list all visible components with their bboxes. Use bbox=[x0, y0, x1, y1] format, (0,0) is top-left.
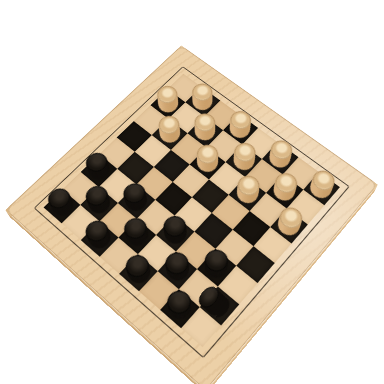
piece-top-face bbox=[161, 248, 193, 279]
checkers-board bbox=[5, 45, 377, 384]
black-piece-r6c7 bbox=[201, 252, 232, 282]
piece-top-face bbox=[162, 287, 195, 319]
black-piece-r7c6 bbox=[162, 255, 193, 285]
wood-piece-r3c6 bbox=[233, 180, 263, 207]
product-photo bbox=[0, 0, 384, 384]
perspective-wrap bbox=[0, 0, 384, 384]
